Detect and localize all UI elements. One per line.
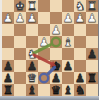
piece-white-pawn[interactable]: ♟ (27, 12, 37, 24)
square-g3[interactable] (14, 24, 26, 36)
piece-white-bishop[interactable]: ♝ (63, 36, 73, 48)
square-f3[interactable] (26, 24, 38, 36)
square-g6[interactable] (14, 60, 26, 72)
square-c6[interactable]: ♟ (62, 60, 74, 72)
square-e7[interactable] (38, 72, 50, 84)
square-g8[interactable] (14, 84, 26, 96)
square-b2[interactable]: ♟ (74, 12, 86, 24)
board-edge-right (98, 0, 99, 96)
square-g5[interactable] (14, 48, 26, 60)
piece-white-pawn[interactable]: ♟ (51, 24, 61, 36)
square-g7[interactable] (14, 72, 26, 84)
square-h2[interactable]: ♟ (2, 12, 14, 24)
chess-board[interactable]: ♚♜♞♜♟♟♟♟♟♟♟♟♝♞♟♟♟♚♟♟♛♟♟♜♜♝♛♝♞ (2, 0, 98, 96)
square-f8[interactable]: ♝ (26, 84, 38, 96)
piece-black-knight[interactable]: ♞ (75, 84, 85, 96)
square-a3[interactable] (86, 24, 98, 36)
square-e5[interactable] (38, 48, 50, 60)
square-e8[interactable] (38, 84, 50, 96)
piece-black-rook[interactable]: ♜ (3, 84, 13, 96)
square-e1[interactable] (38, 0, 50, 12)
piece-black-rook[interactable]: ♜ (87, 72, 97, 84)
square-f2[interactable]: ♟ (26, 12, 38, 24)
square-a7[interactable]: ♜ (86, 72, 98, 84)
square-a8[interactable] (86, 84, 98, 96)
square-g4[interactable] (14, 36, 26, 48)
square-h3[interactable] (2, 24, 14, 36)
piece-black-queen[interactable]: ♛ (51, 84, 61, 96)
piece-white-pawn[interactable]: ♟ (87, 12, 97, 24)
piece-white-pawn[interactable]: ♟ (39, 36, 49, 48)
square-b8[interactable]: ♞ (74, 84, 86, 96)
piece-white-pawn[interactable]: ♟ (3, 12, 13, 24)
square-a2[interactable]: ♟ (86, 12, 98, 24)
square-d8[interactable]: ♛ (50, 84, 62, 96)
square-c4[interactable]: ♝ (62, 36, 74, 48)
square-c2[interactable]: ♟ (62, 12, 74, 24)
square-e2[interactable] (38, 12, 50, 24)
square-h4[interactable] (2, 36, 14, 48)
square-g2[interactable]: ♟ (14, 12, 26, 24)
piece-black-bishop[interactable]: ♝ (27, 84, 37, 96)
square-b3[interactable] (74, 24, 86, 36)
piece-black-bishop[interactable]: ♝ (63, 84, 73, 96)
square-e6[interactable] (38, 60, 50, 72)
piece-white-pawn[interactable]: ♟ (15, 12, 25, 24)
square-a5[interactable]: ♟ (86, 48, 98, 60)
piece-white-pawn[interactable]: ♟ (63, 12, 73, 24)
square-d3[interactable]: ♟ (50, 24, 62, 36)
square-d1[interactable] (50, 0, 62, 12)
square-c8[interactable]: ♝ (62, 84, 74, 96)
square-b4[interactable] (74, 36, 86, 48)
square-d4[interactable] (50, 36, 62, 48)
square-h8[interactable]: ♜ (2, 84, 14, 96)
piece-white-pawn[interactable]: ♟ (75, 12, 85, 24)
piece-black-pawn[interactable]: ♟ (87, 48, 97, 60)
piece-black-pawn[interactable]: ♟ (63, 60, 73, 72)
square-b5[interactable] (74, 48, 86, 60)
square-e4[interactable]: ♟ (38, 36, 50, 48)
